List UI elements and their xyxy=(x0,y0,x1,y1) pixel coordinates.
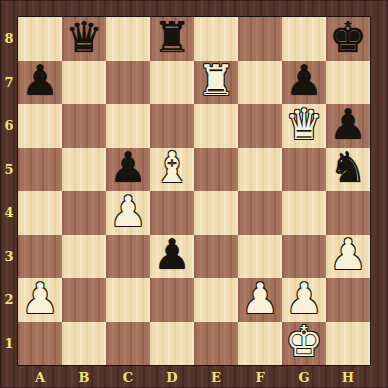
piece-white-pawn[interactable]: ♟ xyxy=(21,278,59,320)
square-h6[interactable]: ♟ xyxy=(326,104,370,148)
piece-white-pawn[interactable]: ♟ xyxy=(285,278,323,320)
piece-black-rook[interactable]: ♜ xyxy=(153,17,191,59)
square-b4[interactable] xyxy=(62,191,106,235)
square-h5[interactable]: ♞ xyxy=(326,148,370,192)
rank-label-3: 3 xyxy=(0,235,18,279)
piece-black-knight[interactable]: ♞ xyxy=(329,147,367,189)
square-g4[interactable] xyxy=(282,191,326,235)
square-e6[interactable] xyxy=(194,104,238,148)
square-d2[interactable] xyxy=(150,278,194,322)
square-h1[interactable] xyxy=(326,322,370,366)
square-e2[interactable] xyxy=(194,278,238,322)
piece-black-queen[interactable]: ♛ xyxy=(65,17,103,59)
square-h2[interactable] xyxy=(326,278,370,322)
piece-white-pawn[interactable]: ♟ xyxy=(329,234,367,276)
rank-label-5: 5 xyxy=(0,148,18,192)
square-c2[interactable] xyxy=(106,278,150,322)
piece-black-pawn[interactable]: ♟ xyxy=(153,234,191,276)
square-a4[interactable] xyxy=(18,191,62,235)
file-label-a: A xyxy=(18,366,62,388)
piece-white-pawn[interactable]: ♟ xyxy=(109,191,147,233)
square-c5[interactable]: ♟ xyxy=(106,148,150,192)
square-h8[interactable]: ♚ xyxy=(326,17,370,61)
rank-label-1: 1 xyxy=(0,322,18,366)
square-f5[interactable] xyxy=(238,148,282,192)
board-frame: ♛♜♚♟♜♟♛♟♟♝♞♟♟♟♟♟♟♚ 87654321 ABCDEFGH xyxy=(0,0,388,388)
square-d8[interactable]: ♜ xyxy=(150,17,194,61)
file-label-e: E xyxy=(194,366,238,388)
square-f3[interactable] xyxy=(238,235,282,279)
square-g3[interactable] xyxy=(282,235,326,279)
square-g6[interactable]: ♛ xyxy=(282,104,326,148)
rank-label-6: 6 xyxy=(0,104,18,148)
square-g2[interactable]: ♟ xyxy=(282,278,326,322)
piece-black-king[interactable]: ♚ xyxy=(329,17,367,59)
file-label-d: D xyxy=(150,366,194,388)
square-g5[interactable] xyxy=(282,148,326,192)
square-c6[interactable] xyxy=(106,104,150,148)
square-b1[interactable] xyxy=(62,322,106,366)
square-c4[interactable]: ♟ xyxy=(106,191,150,235)
piece-white-pawn[interactable]: ♟ xyxy=(241,278,279,320)
square-d4[interactable] xyxy=(150,191,194,235)
square-a7[interactable]: ♟ xyxy=(18,61,62,105)
square-h7[interactable] xyxy=(326,61,370,105)
square-d6[interactable] xyxy=(150,104,194,148)
square-a2[interactable]: ♟ xyxy=(18,278,62,322)
piece-black-pawn[interactable]: ♟ xyxy=(329,104,367,146)
square-e3[interactable] xyxy=(194,235,238,279)
square-b3[interactable] xyxy=(62,235,106,279)
square-c1[interactable] xyxy=(106,322,150,366)
piece-white-king[interactable]: ♚ xyxy=(285,321,323,363)
square-f8[interactable] xyxy=(238,17,282,61)
file-label-f: F xyxy=(238,366,282,388)
square-g8[interactable] xyxy=(282,17,326,61)
piece-white-bishop[interactable]: ♝ xyxy=(153,147,191,189)
piece-black-pawn[interactable]: ♟ xyxy=(285,60,323,102)
square-e8[interactable] xyxy=(194,17,238,61)
piece-black-pawn[interactable]: ♟ xyxy=(21,60,59,102)
square-h4[interactable] xyxy=(326,191,370,235)
square-d5[interactable]: ♝ xyxy=(150,148,194,192)
square-d7[interactable] xyxy=(150,61,194,105)
piece-white-queen[interactable]: ♛ xyxy=(285,104,323,146)
piece-white-rook[interactable]: ♜ xyxy=(197,60,235,102)
rank-label-8: 8 xyxy=(0,17,18,61)
chess-board: ♛♜♚♟♜♟♛♟♟♝♞♟♟♟♟♟♟♚ xyxy=(18,17,370,365)
square-a1[interactable] xyxy=(18,322,62,366)
square-h3[interactable]: ♟ xyxy=(326,235,370,279)
square-c7[interactable] xyxy=(106,61,150,105)
square-b5[interactable] xyxy=(62,148,106,192)
square-f6[interactable] xyxy=(238,104,282,148)
square-d3[interactable]: ♟ xyxy=(150,235,194,279)
square-a6[interactable] xyxy=(18,104,62,148)
square-b2[interactable] xyxy=(62,278,106,322)
file-label-g: G xyxy=(282,366,326,388)
square-e4[interactable] xyxy=(194,191,238,235)
square-f2[interactable]: ♟ xyxy=(238,278,282,322)
square-b8[interactable]: ♛ xyxy=(62,17,106,61)
square-f7[interactable] xyxy=(238,61,282,105)
square-a3[interactable] xyxy=(18,235,62,279)
square-b6[interactable] xyxy=(62,104,106,148)
rank-label-7: 7 xyxy=(0,61,18,105)
square-e5[interactable] xyxy=(194,148,238,192)
square-c3[interactable] xyxy=(106,235,150,279)
square-e7[interactable]: ♜ xyxy=(194,61,238,105)
square-g7[interactable]: ♟ xyxy=(282,61,326,105)
square-e1[interactable] xyxy=(194,322,238,366)
file-label-c: C xyxy=(106,366,150,388)
square-a8[interactable] xyxy=(18,17,62,61)
rank-label-2: 2 xyxy=(0,278,18,322)
file-label-h: H xyxy=(326,366,370,388)
square-g1[interactable]: ♚ xyxy=(282,322,326,366)
square-f4[interactable] xyxy=(238,191,282,235)
rank-label-4: 4 xyxy=(0,191,18,235)
square-f1[interactable] xyxy=(238,322,282,366)
square-c8[interactable] xyxy=(106,17,150,61)
square-d1[interactable] xyxy=(150,322,194,366)
piece-black-pawn[interactable]: ♟ xyxy=(109,147,147,189)
square-a5[interactable] xyxy=(18,148,62,192)
file-label-b: B xyxy=(62,366,106,388)
square-b7[interactable] xyxy=(62,61,106,105)
